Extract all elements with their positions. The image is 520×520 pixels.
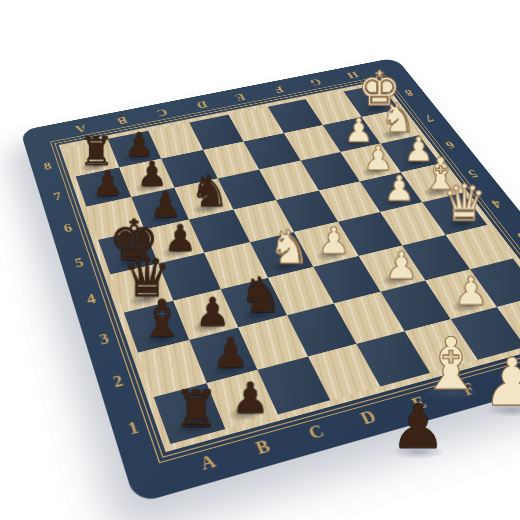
rank-label-left-7: 7 — [45, 188, 70, 205]
file-label-bottom-C: C — [299, 419, 333, 446]
piece-black-pawn[interactable]: ♟ — [203, 334, 257, 373]
captured-piece-white-pawn[interactable]: ♟ — [480, 352, 520, 415]
file-label-bottom-A: A — [191, 449, 225, 478]
photo-scene: ♜♟♚♟♟♟♞♟♞♟♟♚♟♟♝♛♞♟♛♝♟♞♟♟♟♜♟ 887766554433… — [0, 0, 520, 520]
square-d2[interactable] — [287, 304, 357, 357]
rank-label-left-8: 8 — [36, 158, 60, 174]
piece-white-pawn[interactable]: ♟ — [310, 224, 359, 259]
rank-label-left-4: 4 — [77, 289, 105, 310]
captured-piece-white-bishop[interactable]: ♝ — [416, 330, 486, 398]
file-label-top-F: F — [266, 83, 290, 97]
piece-black-knight[interactable]: ♞ — [235, 273, 287, 320]
piece-white-pawn[interactable]: ♟ — [446, 274, 497, 311]
rank-label-left-6: 6 — [55, 219, 81, 238]
rank-label-left-5: 5 — [66, 253, 93, 273]
file-label-bottom-B: B — [246, 434, 280, 462]
rank-label-right-7: 7 — [416, 111, 442, 126]
rank-label-left-3: 3 — [90, 327, 119, 350]
piece-black-knight[interactable]: ♞ — [186, 171, 232, 213]
piece-white-queen[interactable]: ♛ — [440, 180, 487, 228]
file-label-top-G: G — [304, 75, 328, 88]
file-label-top-E: E — [228, 90, 252, 104]
piece-black-pawn[interactable]: ♟ — [222, 378, 279, 419]
piece-shadow — [391, 445, 445, 459]
captured-piece-black-pawn[interactable]: ♟ — [386, 398, 450, 457]
file-label-top-C: C — [150, 105, 174, 119]
rank-label-left-1: 1 — [117, 414, 149, 441]
piece-black-pawn[interactable]: ♟ — [85, 167, 131, 200]
square-h3[interactable] — [445, 225, 513, 270]
piece-black-rook[interactable]: ♜ — [168, 386, 225, 434]
file-label-top-D: D — [190, 98, 214, 112]
rank-label-right-3: 3 — [507, 227, 520, 246]
piece-black-pawn[interactable]: ♟ — [186, 294, 238, 332]
piece-white-knight[interactable]: ♞ — [264, 226, 313, 270]
piece-white-pawn[interactable]: ♟ — [376, 172, 422, 205]
piece-black-bishop[interactable]: ♝ — [136, 295, 189, 344]
piece-white-pawn[interactable]: ♟ — [376, 248, 426, 284]
file-label-bottom-D: D — [351, 405, 385, 432]
rank-label-left-2: 2 — [103, 369, 134, 394]
piece-shadow — [485, 403, 520, 417]
